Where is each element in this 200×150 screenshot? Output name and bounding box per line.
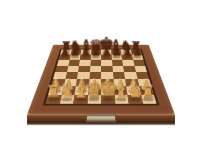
square-b7: ♟ xyxy=(69,54,80,59)
square-f7: ♟ xyxy=(111,54,122,59)
white-bishop-f1: ♝ xyxy=(113,81,130,100)
black-pawn-d7: ♟ xyxy=(91,47,101,58)
board-squares: ♜♞♝♛♚♝♞♜♟♟♟♟♟♟♟♟♟♟♟♟♟♟♟♟♜♞♝♛♚♝♞♜ xyxy=(43,49,160,106)
black-pawn-g7: ♟ xyxy=(122,47,132,58)
product-photo-scene: ♜♞♝♛♚♝♞♜♟♟♟♟♟♟♟♟♟♟♟♟♟♟♟♟♜♞♝♛♚♝♞♜ xyxy=(0,0,200,150)
square-f1: ♝ xyxy=(114,95,129,104)
square-a1: ♜ xyxy=(45,95,61,104)
board-front-edge xyxy=(27,114,175,124)
square-c5 xyxy=(78,66,90,72)
square-e7: ♟ xyxy=(101,54,112,59)
square-d7: ♟ xyxy=(90,54,101,59)
square-c1: ♝ xyxy=(73,95,88,104)
black-pawn-h7: ♟ xyxy=(132,47,142,58)
white-rook-a1: ♜ xyxy=(46,84,61,100)
square-g7: ♟ xyxy=(121,54,132,59)
square-h5 xyxy=(134,66,147,72)
square-c7: ♟ xyxy=(80,54,91,59)
chess-board: ♜♞♝♛♚♝♞♜♟♟♟♟♟♟♟♟♟♟♟♟♟♟♟♟♜♞♝♛♚♝♞♜ xyxy=(27,45,175,115)
square-a5 xyxy=(55,66,68,72)
square-h1: ♜ xyxy=(141,95,157,104)
black-pawn-b7: ♟ xyxy=(70,47,80,58)
white-bishop-c1: ♝ xyxy=(72,81,89,100)
square-a7: ♟ xyxy=(59,54,71,59)
black-pawn-a7: ♟ xyxy=(59,47,69,58)
black-pawn-e7: ♟ xyxy=(101,47,111,58)
black-pawn-c7: ♟ xyxy=(80,47,90,58)
square-h7: ♟ xyxy=(132,54,144,59)
white-rook-h1: ♜ xyxy=(141,84,156,100)
square-d5 xyxy=(90,66,102,72)
black-pawn-f7: ♟ xyxy=(112,47,122,58)
brand-plaque xyxy=(86,114,117,121)
square-b5 xyxy=(67,66,79,72)
square-e5 xyxy=(101,66,113,72)
